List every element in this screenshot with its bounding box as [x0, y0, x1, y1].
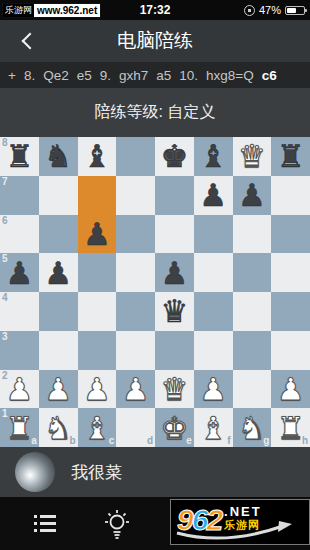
black-rook: ♜	[5, 137, 33, 175]
square-g7[interactable]: ♟	[233, 176, 272, 215]
square-e4[interactable]: ♛	[155, 292, 194, 331]
square-c8[interactable]: ♝	[78, 137, 117, 176]
white-pawn: ♟	[44, 370, 72, 408]
white-rook: ♜	[5, 409, 33, 447]
square-d4[interactable]	[116, 292, 155, 331]
move-list-button[interactable]	[15, 497, 75, 550]
level-bar[interactable]: 陪练等级: 自定义	[0, 88, 310, 137]
page-title: 电脑陪练	[117, 28, 193, 54]
square-a6[interactable]: 6	[0, 215, 39, 254]
black-pawn: ♟	[5, 254, 33, 292]
square-f3[interactable]	[194, 331, 233, 370]
square-e7[interactable]	[155, 176, 194, 215]
logo-digit: 9	[177, 503, 192, 536]
square-d1[interactable]: d	[116, 408, 155, 447]
square-h3[interactable]	[271, 331, 310, 370]
rank-label: 4	[2, 293, 8, 303]
logo-number: 962	[177, 502, 221, 538]
white-pawn: ♟	[122, 370, 150, 408]
white-knight: ♞	[238, 409, 266, 447]
site-logo: 962 .NET 乐游网	[170, 499, 310, 545]
square-b2[interactable]: ♟	[39, 370, 78, 409]
white-bishop: ♝	[199, 409, 227, 447]
square-a7[interactable]: 7	[0, 176, 39, 215]
move-list-bar[interactable]: +8.Qe2e59.gxh7a510.hxg8=Qc6	[0, 62, 310, 88]
square-h6[interactable]	[271, 215, 310, 254]
square-c1[interactable]: c♝	[78, 408, 117, 447]
black-pawn: ♟	[160, 254, 188, 292]
square-e5[interactable]: ♟	[155, 253, 194, 292]
watermark: 乐游网 www.962.net	[2, 3, 101, 18]
square-h1[interactable]: h♜	[271, 408, 310, 447]
white-bishop: ♝	[83, 409, 111, 447]
square-h2[interactable]: ♟	[271, 370, 310, 409]
rank-label: 3	[2, 332, 8, 342]
square-b8[interactable]: ♞	[39, 137, 78, 176]
logo-site-text: 乐游网	[224, 519, 262, 532]
logo-digit: 6	[192, 503, 207, 536]
app-screen: 乐游网 www.962.net 17:32 47% 电脑陪练 +8.Qe2e59…	[0, 0, 310, 550]
square-b7[interactable]	[39, 176, 78, 215]
move-token[interactable]: hxg8=Q	[206, 68, 254, 83]
bottom-toolbar: 962 .NET 乐游网	[0, 497, 310, 550]
battery-percent: 47%	[259, 4, 281, 16]
square-g4[interactable]	[233, 292, 272, 331]
lightbulb-icon	[102, 508, 132, 540]
move-token[interactable]: 8.	[24, 68, 35, 83]
rotation-lock-icon	[244, 5, 255, 16]
white-pawn: ♟	[5, 370, 33, 408]
move-token[interactable]: c6	[262, 68, 277, 83]
square-f7[interactable]: ♟	[194, 176, 233, 215]
black-bishop: ♝	[199, 137, 227, 175]
hint-button[interactable]	[87, 497, 147, 550]
white-pawn: ♟	[83, 370, 111, 408]
status-time: 17:32	[140, 3, 171, 17]
battery-icon	[285, 6, 305, 15]
opponent-avatar	[15, 452, 55, 492]
square-h5[interactable]	[271, 253, 310, 292]
square-e1[interactable]: e♚	[155, 408, 194, 447]
square-g3[interactable]	[233, 331, 272, 370]
white-pawn: ♟	[277, 370, 305, 408]
black-knight: ♞	[44, 137, 72, 175]
square-d7[interactable]	[116, 176, 155, 215]
square-a8[interactable]: 8♜	[0, 137, 39, 176]
square-f1[interactable]: f♝	[194, 408, 233, 447]
square-h8[interactable]: ♜	[271, 137, 310, 176]
square-a3[interactable]: 3	[0, 331, 39, 370]
square-d8[interactable]	[116, 137, 155, 176]
black-pawn: ♟	[83, 215, 111, 253]
file-label: d	[147, 436, 153, 446]
move-token[interactable]: 9.	[100, 68, 111, 83]
square-d6[interactable]	[116, 215, 155, 254]
status-bar: 乐游网 www.962.net 17:32 47%	[0, 0, 310, 20]
back-chevron-icon	[22, 33, 39, 50]
chess-board[interactable]: 8♜♞♝♚♝♛♜7♟♟6♟5♟♟♟4♛32♟♟♟♟♛♟♟1a♜b♞c♝de♚f♝…	[0, 137, 310, 447]
square-f2[interactable]: ♟	[194, 370, 233, 409]
file-label: f	[227, 436, 230, 446]
square-f5[interactable]	[194, 253, 233, 292]
square-e3[interactable]	[155, 331, 194, 370]
rank-label: 5	[2, 254, 8, 264]
square-h7[interactable]	[271, 176, 310, 215]
square-a4[interactable]: 4	[0, 292, 39, 331]
white-king: ♚	[160, 409, 188, 447]
move-token[interactable]: a5	[156, 68, 171, 83]
watermark-url: www.962.net	[34, 5, 100, 16]
rank-label: 8	[2, 138, 8, 148]
square-g2[interactable]	[233, 370, 272, 409]
white-queen: ♛	[160, 370, 188, 408]
square-c7[interactable]	[78, 176, 117, 215]
rank-label: 7	[2, 177, 8, 187]
square-c3[interactable]	[78, 331, 117, 370]
white-rook: ♜	[277, 409, 305, 447]
black-bishop: ♝	[83, 137, 111, 175]
square-g1[interactable]: g♞	[233, 408, 272, 447]
list-icon	[34, 515, 56, 532]
square-h4[interactable]	[271, 292, 310, 331]
square-a2[interactable]: 2♟	[0, 370, 39, 409]
square-f4[interactable]	[194, 292, 233, 331]
back-button[interactable]	[10, 20, 46, 62]
file-label: e	[186, 436, 192, 446]
white-pawn: ♟	[199, 370, 227, 408]
square-e8[interactable]: ♚	[155, 137, 194, 176]
level-label: 陪练等级: 自定义	[95, 102, 216, 123]
rank-label: 6	[2, 216, 8, 226]
square-d5[interactable]	[116, 253, 155, 292]
file-label: h	[302, 436, 308, 446]
logo-net-text: .NET	[224, 505, 262, 519]
move-token[interactable]: Qe2	[43, 68, 69, 83]
square-c5[interactable]	[78, 253, 117, 292]
white-knight: ♞	[44, 409, 72, 447]
square-a5[interactable]: 5♟	[0, 253, 39, 292]
square-b5[interactable]: ♟	[39, 253, 78, 292]
square-c4[interactable]	[78, 292, 117, 331]
black-queen: ♛	[160, 292, 188, 330]
move-token[interactable]: 10.	[179, 68, 198, 83]
file-label: b	[69, 436, 75, 446]
square-b1[interactable]: b♞	[39, 408, 78, 447]
black-pawn: ♟	[44, 254, 72, 292]
square-c6[interactable]: ♟	[78, 215, 117, 254]
square-g8[interactable]: ♛	[233, 137, 272, 176]
square-d2[interactable]: ♟	[116, 370, 155, 409]
file-label: a	[31, 436, 37, 446]
black-pawn: ♟	[199, 176, 227, 214]
player-row: 我很菜	[0, 447, 310, 497]
rank-label: 2	[2, 371, 8, 381]
file-label: c	[109, 436, 115, 446]
opponent-name: 我很菜	[71, 461, 122, 484]
black-pawn: ♟	[238, 176, 266, 214]
nav-bar: 电脑陪练	[0, 20, 310, 62]
square-e6[interactable]	[155, 215, 194, 254]
square-g6[interactable]	[233, 215, 272, 254]
square-c2[interactable]: ♟	[78, 370, 117, 409]
square-f6[interactable]	[194, 215, 233, 254]
black-king: ♚	[160, 137, 188, 175]
logo-digit: 2	[206, 503, 221, 536]
move-token[interactable]: gxh7	[119, 68, 148, 83]
square-b4[interactable]	[39, 292, 78, 331]
square-g5[interactable]	[233, 253, 272, 292]
black-rook: ♜	[277, 137, 305, 175]
white-queen: ♛	[238, 137, 266, 175]
square-d3[interactable]	[116, 331, 155, 370]
square-e2[interactable]: ♛	[155, 370, 194, 409]
move-token[interactable]: e5	[77, 68, 92, 83]
rank-label: 1	[2, 409, 8, 419]
square-b6[interactable]	[39, 215, 78, 254]
square-f8[interactable]: ♝	[194, 137, 233, 176]
watermark-badge: 乐游网	[3, 4, 34, 17]
file-label: g	[263, 436, 269, 446]
square-b3[interactable]	[39, 331, 78, 370]
move-token[interactable]: +	[8, 68, 16, 83]
square-a1[interactable]: 1a♜	[0, 408, 39, 447]
